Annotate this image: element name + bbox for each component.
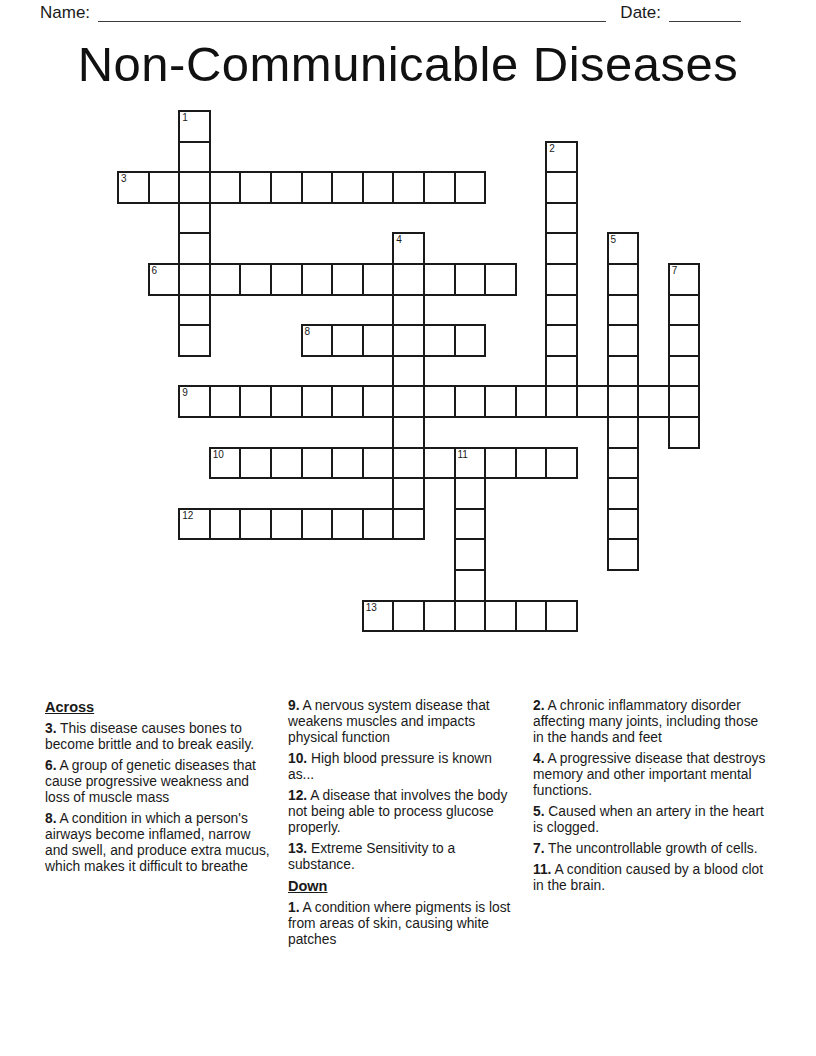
cell-number-12: 12 (182, 510, 193, 521)
cell-r6-c18[interactable] (668, 294, 701, 327)
cell-r5-c8[interactable] (362, 263, 395, 296)
clue-across-6: 6. A group of genetic diseases that caus… (45, 758, 276, 806)
date-blank-line (669, 7, 741, 22)
cell-number-10: 10 (213, 449, 224, 460)
cell-r13-c16[interactable] (607, 508, 640, 541)
cell-number-2: 2 (549, 143, 555, 154)
cell-r13-c9[interactable] (392, 508, 425, 541)
cell-r12-c16[interactable] (607, 477, 640, 510)
cell-number-4: 4 (396, 234, 402, 245)
clue-column-2: 9. A nervous system disease that weakens… (288, 698, 533, 953)
cell-r2-c9[interactable] (392, 171, 425, 204)
cell-r16-c12[interactable] (484, 600, 517, 633)
cell-number-9: 9 (182, 387, 188, 398)
cell-r9-c12[interactable] (484, 385, 517, 418)
cell-r8-c9[interactable] (392, 355, 425, 388)
cell-r7-c18[interactable] (668, 324, 701, 357)
cell-r2-c0[interactable]: 3 (117, 171, 150, 204)
cell-r2-c3[interactable] (209, 171, 242, 204)
clue-across-9: 9. A nervous system disease that weakens… (288, 698, 521, 746)
cell-r3-c2[interactable] (178, 202, 211, 235)
cell-r9-c17[interactable] (637, 385, 670, 418)
cell-r13-c8[interactable] (362, 508, 395, 541)
cell-r5-c4[interactable] (239, 263, 272, 296)
cell-r7-c10[interactable] (423, 324, 456, 357)
cell-r9-c18[interactable] (668, 385, 701, 418)
cell-r7-c2[interactable] (178, 324, 211, 357)
cell-r2-c6[interactable] (301, 171, 334, 204)
cell-r13-c5[interactable] (270, 508, 303, 541)
cell-r2-c11[interactable] (454, 171, 487, 204)
cell-r5-c10[interactable] (423, 263, 456, 296)
cell-r16-c13[interactable] (515, 600, 548, 633)
clue-across-10: 10. High blood pressure is known as... (288, 751, 521, 783)
clue-down-4: 4. A progressive disease that destroys m… (533, 751, 771, 799)
cell-r9-c5[interactable] (270, 385, 303, 418)
cell-r7-c14[interactable] (545, 324, 578, 357)
cell-r5-c16[interactable] (607, 263, 640, 296)
cell-r11-c16[interactable] (607, 447, 640, 480)
clue-heading-down: Down (288, 878, 521, 894)
cell-r11-c5[interactable] (270, 447, 303, 480)
cell-r2-c4[interactable] (239, 171, 272, 204)
cell-number-1: 1 (182, 112, 188, 123)
cell-r2-c1[interactable] (148, 171, 181, 204)
cell-r8-c16[interactable] (607, 355, 640, 388)
cell-r11-c3[interactable]: 10 (209, 447, 242, 480)
cell-r2-c2[interactable] (178, 171, 211, 204)
cell-r9-c11[interactable] (454, 385, 487, 418)
cell-r12-c9[interactable] (392, 477, 425, 510)
cell-r16-c10[interactable] (423, 600, 456, 633)
cell-r14-c11[interactable] (454, 538, 487, 571)
cell-r15-c11[interactable] (454, 569, 487, 602)
cell-r13-c11[interactable] (454, 508, 487, 541)
cell-r4-c9[interactable]: 4 (392, 232, 425, 265)
cell-r13-c7[interactable] (331, 508, 364, 541)
cell-r5-c6[interactable] (301, 263, 334, 296)
cell-r9-c10[interactable] (423, 385, 456, 418)
cell-r11-c12[interactable] (484, 447, 517, 480)
date-label: Date: (620, 3, 661, 22)
cell-r2-c7[interactable] (331, 171, 364, 204)
cell-r11-c6[interactable] (301, 447, 334, 480)
cell-r16-c8[interactable]: 13 (362, 600, 395, 633)
cell-r5-c18[interactable]: 7 (668, 263, 701, 296)
clue-down-2: 2. A chronic inflammatory disorder affec… (533, 698, 771, 746)
cell-r6-c9[interactable] (392, 294, 425, 327)
clue-across-3: 3. This disease causes bones to become b… (45, 721, 276, 753)
cell-r11-c10[interactable] (423, 447, 456, 480)
cell-number-8: 8 (305, 326, 311, 337)
cell-number-11: 11 (458, 449, 468, 460)
cell-r5-c5[interactable] (270, 263, 303, 296)
clue-down-11: 11. A condition caused by a blood clot i… (533, 862, 771, 894)
cell-r11-c14[interactable] (545, 447, 578, 480)
cell-r7-c7[interactable] (331, 324, 364, 357)
cell-r6-c14[interactable] (545, 294, 578, 327)
cell-r16-c14[interactable] (545, 600, 578, 633)
cell-r9-c16[interactable] (607, 385, 640, 418)
cell-r5-c14[interactable] (545, 263, 578, 296)
cell-r2-c10[interactable] (423, 171, 456, 204)
cell-r7-c11[interactable] (454, 324, 487, 357)
cell-r7-c8[interactable] (362, 324, 395, 357)
cell-r7-c6[interactable]: 8 (301, 324, 334, 357)
cell-r5-c1[interactable]: 6 (148, 263, 181, 296)
cell-r9-c13[interactable] (515, 385, 548, 418)
cell-r4-c2[interactable] (178, 232, 211, 265)
cell-r10-c18[interactable] (668, 416, 701, 449)
cell-r14-c16[interactable] (607, 538, 640, 571)
cell-r2-c14[interactable] (545, 171, 578, 204)
cell-r2-c8[interactable] (362, 171, 395, 204)
cell-r5-c3[interactable] (209, 263, 242, 296)
clue-down-1: 1. A condition where pigments is lost fr… (288, 900, 521, 948)
clue-down-5: 5. Caused when an artery in the heart is… (533, 804, 771, 836)
cell-r5-c2[interactable] (178, 263, 211, 296)
cell-r13-c6[interactable] (301, 508, 334, 541)
cell-r1-c2[interactable] (178, 141, 211, 174)
name-label: Name: (40, 3, 90, 22)
cell-r9-c14[interactable] (545, 385, 578, 418)
cell-r13-c4[interactable] (239, 508, 272, 541)
clue-across-12: 12. A disease that involves the body not… (288, 788, 521, 836)
clues-section: Across3. This disease causes bones to be… (45, 698, 771, 953)
cell-number-7: 7 (672, 265, 678, 276)
cell-r9-c3[interactable] (209, 385, 242, 418)
cell-r8-c18[interactable] (668, 355, 701, 388)
cell-r9-c8[interactable] (362, 385, 395, 418)
cell-r11-c4[interactable] (239, 447, 272, 480)
cell-r11-c7[interactable] (331, 447, 364, 480)
cell-r11-c8[interactable] (362, 447, 395, 480)
cell-r13-c2[interactable]: 12 (178, 508, 211, 541)
header-row: Name: Date: (40, 3, 741, 22)
cell-r9-c6[interactable] (301, 385, 334, 418)
page-title: Non-Communicable Diseases (0, 36, 816, 92)
cell-r4-c14[interactable] (545, 232, 578, 265)
cell-r5-c11[interactable] (454, 263, 487, 296)
name-blank-line (98, 7, 606, 22)
clue-across-8: 8. A condition in which a person's airwa… (45, 811, 276, 875)
cell-r13-c3[interactable] (209, 508, 242, 541)
crossword-grid: 12345678910111213 (118, 111, 699, 631)
cell-r9-c9[interactable] (392, 385, 425, 418)
cell-r4-c16[interactable]: 5 (607, 232, 640, 265)
cell-r5-c9[interactable] (392, 263, 425, 296)
cell-number-13: 13 (366, 602, 377, 613)
cell-number-6: 6 (152, 265, 158, 276)
clue-heading-across: Across (45, 699, 276, 715)
clue-down-7: 7. The uncontrollable growth of cells. (533, 841, 771, 857)
cell-r5-c7[interactable] (331, 263, 364, 296)
cell-r9-c4[interactable] (239, 385, 272, 418)
cell-r7-c16[interactable] (607, 324, 640, 357)
cell-number-5: 5 (611, 234, 617, 245)
cell-r1-c14[interactable]: 2 (545, 141, 578, 174)
cell-r6-c2[interactable] (178, 294, 211, 327)
cell-r6-c16[interactable] (607, 294, 640, 327)
cell-r3-c14[interactable] (545, 202, 578, 235)
cell-r16-c9[interactable] (392, 600, 425, 633)
clue-column-3: 2. A chronic inflammatory disorder affec… (533, 698, 771, 953)
cell-r10-c16[interactable] (607, 416, 640, 449)
cell-r5-c12[interactable] (484, 263, 517, 296)
cell-r11-c11[interactable]: 11 (454, 447, 487, 480)
cell-r7-c9[interactable] (392, 324, 425, 357)
cell-number-3: 3 (121, 173, 127, 184)
cell-r12-c11[interactable] (454, 477, 487, 510)
cell-r0-c2[interactable]: 1 (178, 110, 211, 143)
cell-r9-c2[interactable]: 9 (178, 385, 211, 418)
cell-r8-c14[interactable] (545, 355, 578, 388)
cell-r10-c9[interactable] (392, 416, 425, 449)
cell-r16-c11[interactable] (454, 600, 487, 633)
cell-r11-c13[interactable] (515, 447, 548, 480)
cell-r9-c15[interactable] (576, 385, 609, 418)
clue-across-13: 13. Extreme Sensitivity to a substance. (288, 841, 521, 873)
clue-column-1: Across3. This disease causes bones to be… (45, 698, 288, 953)
cell-r9-c7[interactable] (331, 385, 364, 418)
cell-r2-c5[interactable] (270, 171, 303, 204)
cell-r11-c9[interactable] (392, 447, 425, 480)
worksheet-page: Name: Date: Non-Communicable Diseases 12… (0, 0, 816, 1056)
